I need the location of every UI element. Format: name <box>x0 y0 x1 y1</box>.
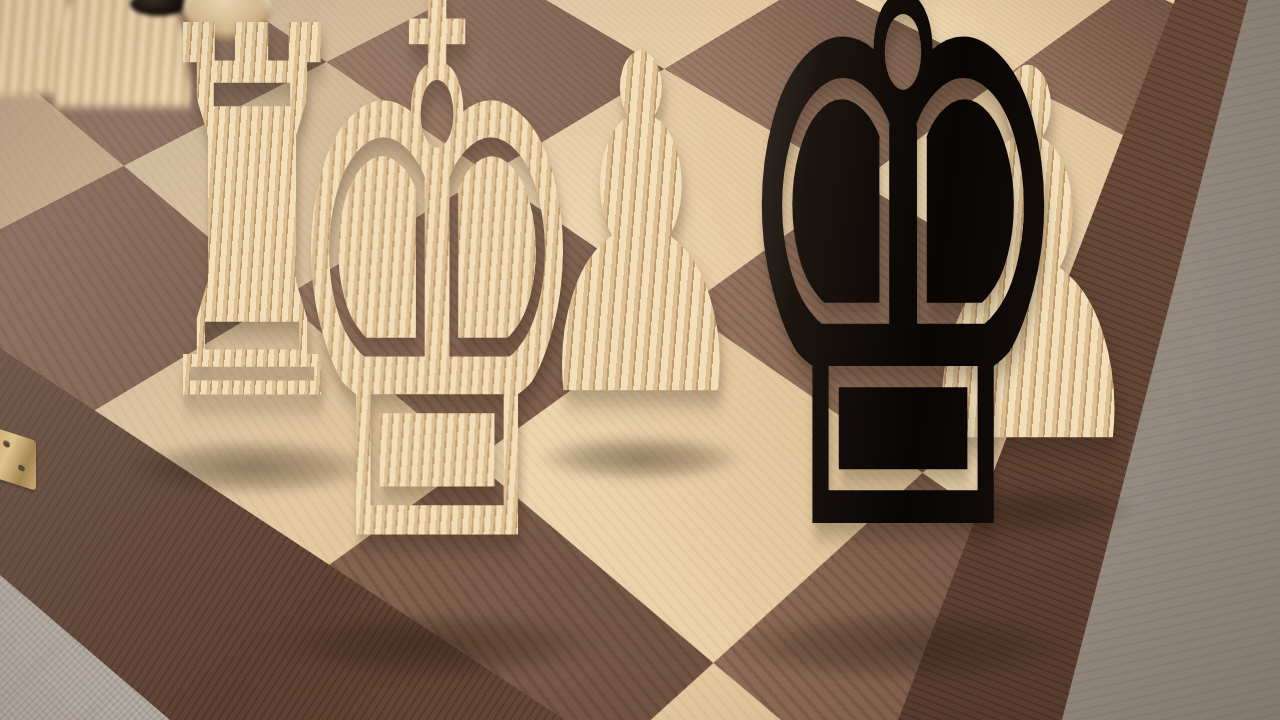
pieces-layer: ♜♚♟♟♚ <box>0 0 1280 720</box>
chessboard-photo-scene: ♟♟ ♜♚♟♟♚ <box>0 0 1280 720</box>
black-king[interactable]: ♚ <box>722 0 1083 652</box>
